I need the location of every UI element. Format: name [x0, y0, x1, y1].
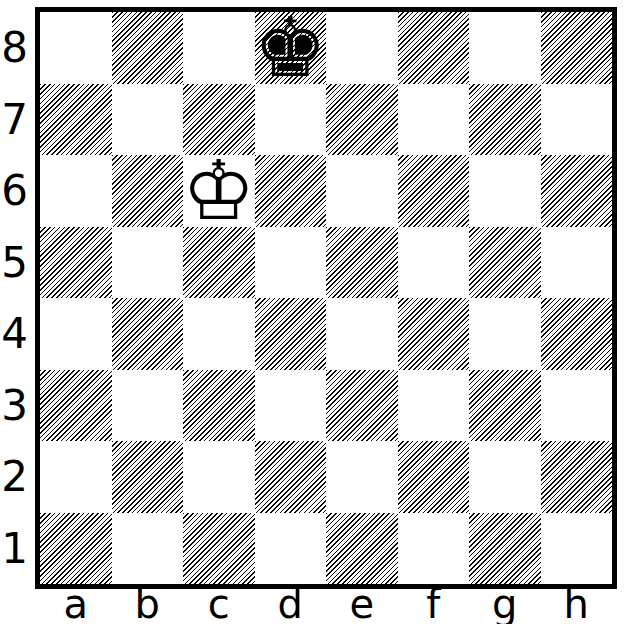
chess-diagram: 87654321 ♚♔ abcdefgh: [0, 0, 624, 624]
square-d7[interactable]: [255, 84, 327, 156]
square-f1[interactable]: [398, 513, 470, 585]
piece-black-king[interactable]: ♚: [255, 12, 327, 84]
square-f4[interactable]: [398, 298, 470, 370]
rank-label-1: 1: [0, 513, 31, 585]
rank-label-5: 5: [0, 227, 31, 299]
rank-label-7: 7: [0, 84, 31, 156]
square-c3[interactable]: [183, 370, 255, 442]
square-b5[interactable]: [112, 227, 184, 299]
square-c1[interactable]: [183, 513, 255, 585]
square-e1[interactable]: [326, 513, 398, 585]
square-h1[interactable]: [541, 513, 613, 585]
square-f6[interactable]: [398, 155, 470, 227]
square-h7[interactable]: [541, 84, 613, 156]
file-label-a: a: [40, 585, 112, 624]
file-label-g: g: [469, 585, 541, 624]
board-frame: ♚♔: [35, 7, 617, 589]
square-d3[interactable]: [255, 370, 327, 442]
square-a5[interactable]: [40, 227, 112, 299]
square-c6[interactable]: ♔: [183, 155, 255, 227]
square-f8[interactable]: [398, 12, 470, 84]
rank-label-6: 6: [0, 155, 31, 227]
square-d1[interactable]: [255, 513, 327, 585]
square-c4[interactable]: [183, 298, 255, 370]
square-e7[interactable]: [326, 84, 398, 156]
square-d6[interactable]: [255, 155, 327, 227]
square-g4[interactable]: [469, 298, 541, 370]
rank-label-4: 4: [0, 298, 31, 370]
square-g3[interactable]: [469, 370, 541, 442]
square-c5[interactable]: [183, 227, 255, 299]
square-a8[interactable]: [40, 12, 112, 84]
square-a7[interactable]: [40, 84, 112, 156]
square-b2[interactable]: [112, 441, 184, 513]
square-e6[interactable]: [326, 155, 398, 227]
square-f3[interactable]: [398, 370, 470, 442]
square-g5[interactable]: [469, 227, 541, 299]
square-g8[interactable]: [469, 12, 541, 84]
file-labels: abcdefgh: [40, 585, 612, 624]
square-b6[interactable]: [112, 155, 184, 227]
file-label-e: e: [326, 585, 398, 624]
square-b1[interactable]: [112, 513, 184, 585]
square-e2[interactable]: [326, 441, 398, 513]
square-b3[interactable]: [112, 370, 184, 442]
square-a4[interactable]: [40, 298, 112, 370]
square-d4[interactable]: [255, 298, 327, 370]
rank-label-3: 3: [0, 370, 31, 442]
square-g7[interactable]: [469, 84, 541, 156]
square-h8[interactable]: [541, 12, 613, 84]
square-h4[interactable]: [541, 298, 613, 370]
square-a3[interactable]: [40, 370, 112, 442]
square-d5[interactable]: [255, 227, 327, 299]
square-h2[interactable]: [541, 441, 613, 513]
square-f2[interactable]: [398, 441, 470, 513]
piece-white-king[interactable]: ♔: [183, 155, 255, 227]
square-e5[interactable]: [326, 227, 398, 299]
square-h3[interactable]: [541, 370, 613, 442]
chess-board: ♚♔: [40, 12, 612, 584]
rank-label-8: 8: [0, 12, 31, 84]
square-d8[interactable]: ♚: [255, 12, 327, 84]
square-a1[interactable]: [40, 513, 112, 585]
rank-label-2: 2: [0, 441, 31, 513]
square-b8[interactable]: [112, 12, 184, 84]
square-h6[interactable]: [541, 155, 613, 227]
file-label-c: c: [183, 585, 255, 624]
square-f7[interactable]: [398, 84, 470, 156]
square-f5[interactable]: [398, 227, 470, 299]
square-h5[interactable]: [541, 227, 613, 299]
file-label-f: f: [398, 585, 470, 624]
square-e8[interactable]: [326, 12, 398, 84]
square-g1[interactable]: [469, 513, 541, 585]
square-c8[interactable]: [183, 12, 255, 84]
square-c2[interactable]: [183, 441, 255, 513]
square-b4[interactable]: [112, 298, 184, 370]
file-label-h: h: [541, 585, 613, 624]
square-g2[interactable]: [469, 441, 541, 513]
file-label-b: b: [112, 585, 184, 624]
rank-labels: 87654321: [0, 12, 31, 584]
square-a6[interactable]: [40, 155, 112, 227]
square-g6[interactable]: [469, 155, 541, 227]
square-a2[interactable]: [40, 441, 112, 513]
square-d2[interactable]: [255, 441, 327, 513]
square-b7[interactable]: [112, 84, 184, 156]
square-e3[interactable]: [326, 370, 398, 442]
file-label-d: d: [255, 585, 327, 624]
square-e4[interactable]: [326, 298, 398, 370]
